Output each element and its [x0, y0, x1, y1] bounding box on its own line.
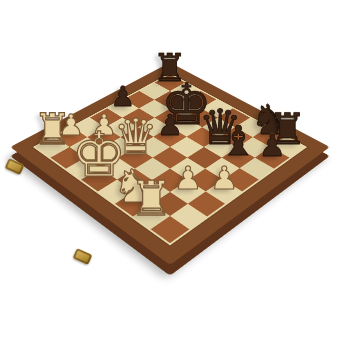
piece-white-rook-h1[interactable]: ♜ — [33, 108, 72, 151]
piece-white-pawn-b3[interactable]: ♟ — [174, 163, 202, 195]
piece-black-bishop-b6[interactable]: ♝ — [220, 121, 257, 162]
piece-white-pawn-a4[interactable]: ♟ — [210, 163, 238, 195]
piece-black-pawn-e5[interactable]: ♟ — [157, 111, 183, 140]
pieces-layer: ♜♞♜♟♝♛♚♟♟♟♟♛♟♟♜♞♚♜ — [0, 0, 340, 340]
piece-white-rook-b1[interactable]: ♜ — [130, 173, 173, 221]
piece-black-pawn-a7[interactable]: ♟ — [259, 131, 286, 161]
product-photo: ♜♞♜♟♝♛♚♟♟♟♟♛♟♟♜♞♚♜ — [0, 0, 340, 340]
